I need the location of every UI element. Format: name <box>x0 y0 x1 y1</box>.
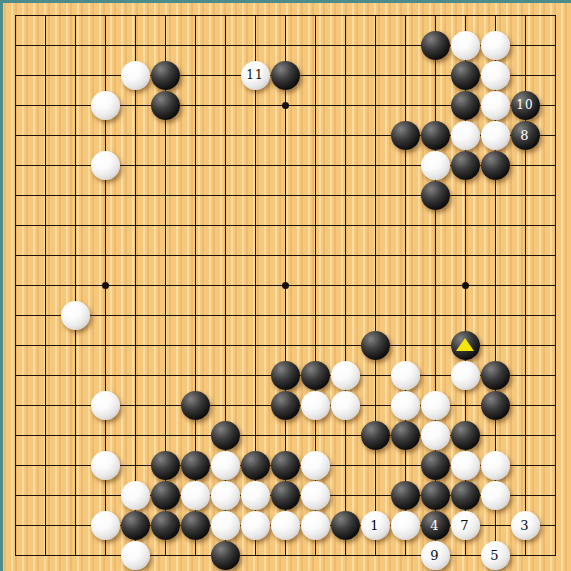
go-board[interactable]: 11108147395 <box>0 0 570 570</box>
black-stone <box>211 421 240 450</box>
black-stone <box>391 421 420 450</box>
white-stone <box>301 451 330 480</box>
black-stone <box>451 61 480 90</box>
move-number-label: 10 <box>511 91 540 120</box>
black-stone <box>481 361 510 390</box>
black-stone <box>451 331 480 360</box>
black-stone <box>421 31 450 60</box>
white-stone <box>421 421 450 450</box>
white-stone <box>451 361 480 390</box>
white-stone <box>421 391 450 420</box>
white-stone <box>451 451 480 480</box>
white-stone <box>91 391 120 420</box>
white-stone <box>91 91 120 120</box>
black-stone <box>481 391 510 420</box>
white-stone <box>391 391 420 420</box>
move-number-label: 5 <box>481 541 510 570</box>
white-stone: 9 <box>421 541 450 570</box>
black-stone <box>271 61 300 90</box>
white-stone <box>481 451 510 480</box>
black-stone <box>211 541 240 570</box>
black-stone <box>421 451 450 480</box>
white-stone <box>91 151 120 180</box>
white-stone <box>331 361 360 390</box>
black-stone <box>181 391 210 420</box>
white-stone <box>91 511 120 540</box>
black-stone <box>121 511 150 540</box>
white-stone <box>301 511 330 540</box>
white-stone <box>391 361 420 390</box>
black-stone <box>271 391 300 420</box>
black-stone: 4 <box>421 511 450 540</box>
white-stone <box>121 61 150 90</box>
black-stone <box>241 451 270 480</box>
triangle-marker-icon <box>456 338 474 351</box>
white-stone: 1 <box>361 511 390 540</box>
white-stone: 5 <box>481 541 510 570</box>
black-stone <box>151 511 180 540</box>
black-stone <box>361 331 390 360</box>
white-stone <box>181 481 210 510</box>
black-stone <box>391 481 420 510</box>
white-stone: 11 <box>241 61 270 90</box>
black-stone <box>181 451 210 480</box>
black-stone: 8 <box>511 121 540 150</box>
white-stone <box>331 391 360 420</box>
black-stone <box>421 181 450 210</box>
black-stone <box>271 361 300 390</box>
white-stone <box>451 31 480 60</box>
black-stone <box>451 481 480 510</box>
white-stone <box>211 511 240 540</box>
move-number-label: 11 <box>241 61 270 90</box>
white-stone: 7 <box>451 511 480 540</box>
white-stone <box>301 481 330 510</box>
white-stone <box>481 91 510 120</box>
move-number-label: 1 <box>361 511 390 540</box>
black-stone <box>421 481 450 510</box>
white-stone <box>481 31 510 60</box>
white-stone <box>121 541 150 570</box>
white-stone <box>211 481 240 510</box>
white-stone <box>451 121 480 150</box>
white-stone <box>481 481 510 510</box>
black-stone <box>451 151 480 180</box>
black-stone <box>361 421 390 450</box>
white-stone <box>481 61 510 90</box>
move-number-label: 7 <box>451 511 480 540</box>
white-stone <box>91 451 120 480</box>
white-stone <box>271 511 300 540</box>
white-stone <box>211 451 240 480</box>
white-stone: 3 <box>511 511 540 540</box>
black-stone <box>391 121 420 150</box>
white-stone <box>241 511 270 540</box>
move-number-label: 3 <box>511 511 540 540</box>
go-board-frame: 11108147395 <box>0 0 571 571</box>
black-stone <box>151 481 180 510</box>
black-stone <box>271 451 300 480</box>
black-stone <box>271 481 300 510</box>
move-number-label: 9 <box>421 541 450 570</box>
white-stone <box>241 481 270 510</box>
move-number-label: 4 <box>421 511 450 540</box>
black-stone <box>451 421 480 450</box>
black-stone <box>181 511 210 540</box>
black-stone <box>151 91 180 120</box>
black-stone <box>451 91 480 120</box>
white-stone <box>61 301 90 330</box>
move-number-label: 8 <box>511 121 540 150</box>
white-stone <box>421 151 450 180</box>
black-stone <box>151 61 180 90</box>
white-stone <box>301 391 330 420</box>
white-stone <box>481 121 510 150</box>
window-edge-left <box>0 0 3 571</box>
black-stone: 10 <box>511 91 540 120</box>
black-stone <box>151 451 180 480</box>
black-stone <box>421 121 450 150</box>
black-stone <box>481 151 510 180</box>
white-stone <box>121 481 150 510</box>
white-stone <box>391 511 420 540</box>
black-stone <box>331 511 360 540</box>
window-edge-top <box>0 0 571 3</box>
black-stone <box>301 361 330 390</box>
